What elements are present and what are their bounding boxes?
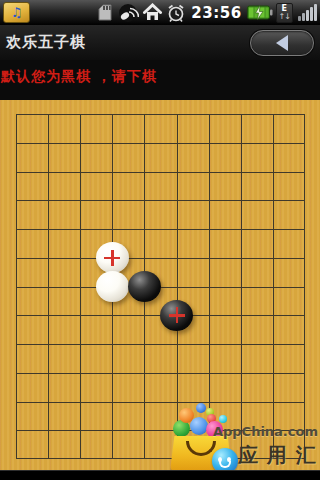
black-stone: [160, 300, 193, 331]
board-cell[interactable]: [16, 315, 48, 344]
board-cell[interactable]: [144, 373, 176, 402]
board-cell[interactable]: [80, 344, 112, 373]
board-cell[interactable]: [48, 143, 80, 172]
board-cell[interactable]: [273, 143, 305, 172]
board-cell[interactable]: [16, 114, 48, 143]
board-cell[interactable]: [112, 114, 144, 143]
board-cell[interactable]: [48, 373, 80, 402]
board-cell[interactable]: [177, 258, 209, 287]
board-cell[interactable]: [241, 287, 273, 316]
board-cell[interactable]: [273, 258, 305, 287]
board-cell[interactable]: [112, 430, 144, 459]
board-cell[interactable]: [209, 430, 241, 459]
board-cell[interactable]: [177, 373, 209, 402]
board-cell[interactable]: [273, 430, 305, 459]
board-cell[interactable]: [209, 172, 241, 201]
board-cell[interactable]: [241, 344, 273, 373]
board-cell[interactable]: [144, 430, 176, 459]
board-cell[interactable]: [241, 200, 273, 229]
board-cell[interactable]: [144, 200, 176, 229]
board-cell[interactable]: [48, 287, 80, 316]
board-cell[interactable]: [209, 229, 241, 258]
alarm-clock-icon: [166, 3, 186, 23]
board-cell[interactable]: [16, 200, 48, 229]
board-cell[interactable]: [48, 200, 80, 229]
board-cell[interactable]: [209, 402, 241, 431]
sd-card-icon: [95, 3, 114, 22]
board-cell[interactable]: [209, 344, 241, 373]
board-cell[interactable]: [241, 258, 273, 287]
message-bar: 默认您为黑棋 ，请下棋: [0, 60, 320, 100]
gomoku-board[interactable]: [0, 100, 320, 470]
board-cell[interactable]: [177, 172, 209, 201]
board-cell[interactable]: [273, 373, 305, 402]
board-cell[interactable]: [177, 229, 209, 258]
board-cell[interactable]: [48, 114, 80, 143]
board-cell[interactable]: [144, 143, 176, 172]
board-cell[interactable]: [273, 344, 305, 373]
board-cell[interactable]: [273, 229, 305, 258]
board-cell[interactable]: [241, 315, 273, 344]
board-cell[interactable]: [209, 287, 241, 316]
board-cell[interactable]: [112, 402, 144, 431]
board-cell[interactable]: [112, 143, 144, 172]
board-cell[interactable]: [16, 287, 48, 316]
board-cell[interactable]: [112, 315, 144, 344]
board-cell[interactable]: [273, 200, 305, 229]
board-cell[interactable]: [16, 373, 48, 402]
gps-satellite-icon: [117, 3, 139, 23]
board-cell[interactable]: [144, 172, 176, 201]
board-cell[interactable]: [48, 344, 80, 373]
board-cell[interactable]: [16, 430, 48, 459]
board-cell[interactable]: [112, 344, 144, 373]
board-cell[interactable]: [241, 402, 273, 431]
board-cell[interactable]: [241, 172, 273, 201]
board-cell[interactable]: [273, 315, 305, 344]
board-cell[interactable]: [48, 430, 80, 459]
board-cell[interactable]: [48, 315, 80, 344]
board-cell[interactable]: [177, 143, 209, 172]
board-cell[interactable]: [241, 373, 273, 402]
title-bar: 欢乐五子棋: [0, 25, 320, 60]
back-button[interactable]: [250, 30, 314, 56]
edge-data-icon: E ↑↓: [276, 3, 293, 23]
board-cell[interactable]: [273, 287, 305, 316]
board-cell[interactable]: [80, 315, 112, 344]
board-cell[interactable]: [273, 172, 305, 201]
board-cell[interactable]: [177, 430, 209, 459]
board-cell[interactable]: [80, 143, 112, 172]
board-cell[interactable]: [209, 200, 241, 229]
board-cell[interactable]: [177, 114, 209, 143]
board-cell[interactable]: [144, 402, 176, 431]
board-cell[interactable]: [48, 229, 80, 258]
board-cell[interactable]: [209, 258, 241, 287]
turn-message: 默认您为黑棋 ，请下棋: [0, 60, 320, 86]
status-bar: ♫: [0, 0, 320, 25]
back-arrow-icon: [276, 35, 288, 51]
board-cell[interactable]: [16, 258, 48, 287]
board-cell[interactable]: [80, 373, 112, 402]
board-cell[interactable]: [16, 344, 48, 373]
app-screen: ♫: [0, 0, 320, 480]
board-cell[interactable]: [209, 373, 241, 402]
board-cell[interactable]: [241, 143, 273, 172]
board-cell[interactable]: [273, 114, 305, 143]
board-cell[interactable]: [80, 172, 112, 201]
board-cell[interactable]: [112, 200, 144, 229]
board-cell[interactable]: [80, 200, 112, 229]
board-cell[interactable]: [209, 143, 241, 172]
battery-charging-icon: [247, 5, 273, 20]
board-cell[interactable]: [177, 200, 209, 229]
board-cell[interactable]: [16, 143, 48, 172]
board-cell[interactable]: [112, 172, 144, 201]
music-notification-icon: ♫: [3, 2, 30, 23]
board-cell[interactable]: [209, 114, 241, 143]
page-title: 欢乐五子棋: [6, 33, 86, 52]
home-icon: [142, 3, 163, 22]
signal-strength-icon: [298, 4, 317, 21]
board-cell[interactable]: [48, 258, 80, 287]
board-cell[interactable]: [241, 430, 273, 459]
board-cell[interactable]: [241, 114, 273, 143]
board-cell[interactable]: [48, 402, 80, 431]
white-stone: [96, 271, 129, 302]
board-cell[interactable]: [80, 402, 112, 431]
board-cell[interactable]: [144, 344, 176, 373]
board-cell[interactable]: [112, 373, 144, 402]
board-cell[interactable]: [48, 172, 80, 201]
board-cell[interactable]: [241, 229, 273, 258]
board-cell[interactable]: [16, 229, 48, 258]
bottom-nav-strip: [0, 470, 320, 480]
board-cell[interactable]: [16, 402, 48, 431]
board-cell[interactable]: [273, 402, 305, 431]
status-clock: 23:56: [191, 4, 241, 22]
board-cell[interactable]: [177, 344, 209, 373]
white-stone: [96, 242, 129, 273]
board-cell[interactable]: [16, 172, 48, 201]
board-cell[interactable]: [80, 114, 112, 143]
board-cell[interactable]: [177, 402, 209, 431]
board-cell[interactable]: [144, 114, 176, 143]
board-cell[interactable]: [209, 315, 241, 344]
black-stone: [128, 271, 161, 302]
board-cell[interactable]: [144, 229, 176, 258]
board-cell[interactable]: [80, 430, 112, 459]
